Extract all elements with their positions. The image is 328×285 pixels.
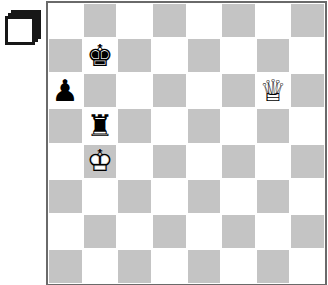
square-h4[interactable] bbox=[290, 144, 325, 179]
white-king-outline-glyph: ♔ bbox=[84, 145, 117, 178]
square-c1[interactable] bbox=[117, 249, 152, 284]
square-b5[interactable]: ♜ bbox=[83, 108, 118, 143]
square-a1[interactable] bbox=[48, 249, 83, 284]
square-b4[interactable]: ♚♔ bbox=[83, 144, 118, 179]
square-a3[interactable] bbox=[48, 179, 83, 214]
square-c3[interactable] bbox=[117, 179, 152, 214]
square-e2[interactable] bbox=[187, 214, 222, 249]
square-c5[interactable] bbox=[117, 108, 152, 143]
square-f4[interactable] bbox=[221, 144, 256, 179]
square-d5[interactable] bbox=[152, 108, 187, 143]
square-a8[interactable] bbox=[48, 3, 83, 38]
black-pawn[interactable]: ♟ bbox=[48, 73, 83, 108]
white-king[interactable]: ♚♔ bbox=[84, 145, 117, 178]
black-king[interactable]: ♚ bbox=[83, 38, 118, 73]
square-a7[interactable] bbox=[48, 38, 83, 73]
square-c7[interactable] bbox=[117, 38, 152, 73]
square-c6[interactable] bbox=[117, 73, 152, 108]
square-g4[interactable] bbox=[256, 144, 291, 179]
white-to-move-indicator bbox=[4, 7, 44, 45]
square-b6[interactable] bbox=[83, 73, 118, 108]
square-h2[interactable] bbox=[290, 214, 325, 249]
white-to-move-square-icon bbox=[5, 16, 35, 45]
square-g7[interactable] bbox=[256, 38, 291, 73]
square-e3[interactable] bbox=[187, 179, 222, 214]
square-g5[interactable] bbox=[256, 108, 291, 143]
square-f7[interactable] bbox=[221, 38, 256, 73]
square-h1[interactable] bbox=[290, 249, 325, 284]
white-queen[interactable]: ♛♕ bbox=[256, 73, 291, 108]
square-e1[interactable] bbox=[187, 249, 222, 284]
square-g8[interactable] bbox=[256, 3, 291, 38]
square-c2[interactable] bbox=[117, 214, 152, 249]
square-e4[interactable] bbox=[187, 144, 222, 179]
square-f8[interactable] bbox=[221, 3, 256, 38]
square-a5[interactable] bbox=[48, 108, 83, 143]
square-f2[interactable] bbox=[221, 214, 256, 249]
square-e6[interactable] bbox=[187, 73, 222, 108]
square-c4[interactable] bbox=[117, 144, 152, 179]
square-h6[interactable] bbox=[290, 73, 325, 108]
square-e8[interactable] bbox=[187, 3, 222, 38]
square-g6[interactable]: ♛♕ bbox=[256, 73, 291, 108]
black-pawn-glyph: ♟ bbox=[48, 73, 83, 108]
black-king-glyph: ♚ bbox=[83, 38, 118, 73]
square-e7[interactable] bbox=[187, 38, 222, 73]
chess-board: ♚♟♛♕♜♚♔ bbox=[46, 1, 327, 285]
square-b8[interactable] bbox=[83, 3, 118, 38]
square-e5[interactable] bbox=[187, 108, 222, 143]
square-g3[interactable] bbox=[256, 179, 291, 214]
square-b7[interactable]: ♚ bbox=[83, 38, 118, 73]
square-h5[interactable] bbox=[290, 108, 325, 143]
square-d4[interactable] bbox=[152, 144, 187, 179]
square-h8[interactable] bbox=[290, 3, 325, 38]
square-d7[interactable] bbox=[152, 38, 187, 73]
square-d3[interactable] bbox=[152, 179, 187, 214]
square-h7[interactable] bbox=[290, 38, 325, 73]
square-a6[interactable]: ♟ bbox=[48, 73, 83, 108]
square-f3[interactable] bbox=[221, 179, 256, 214]
square-g1[interactable] bbox=[256, 249, 291, 284]
square-b3[interactable] bbox=[83, 179, 118, 214]
square-f6[interactable] bbox=[221, 73, 256, 108]
white-queen-outline-glyph: ♕ bbox=[256, 73, 291, 108]
square-h3[interactable] bbox=[290, 179, 325, 214]
square-f5[interactable] bbox=[221, 108, 256, 143]
square-d1[interactable] bbox=[152, 249, 187, 284]
square-g2[interactable] bbox=[256, 214, 291, 249]
square-a4[interactable] bbox=[48, 144, 83, 179]
square-b1[interactable] bbox=[83, 249, 118, 284]
square-a2[interactable] bbox=[48, 214, 83, 249]
square-d2[interactable] bbox=[152, 214, 187, 249]
square-f1[interactable] bbox=[221, 249, 256, 284]
square-d8[interactable] bbox=[152, 3, 187, 38]
square-b2[interactable] bbox=[83, 214, 118, 249]
black-rook[interactable]: ♜ bbox=[83, 108, 118, 143]
square-d6[interactable] bbox=[152, 73, 187, 108]
black-rook-glyph: ♜ bbox=[83, 108, 118, 143]
square-c8[interactable] bbox=[117, 3, 152, 38]
